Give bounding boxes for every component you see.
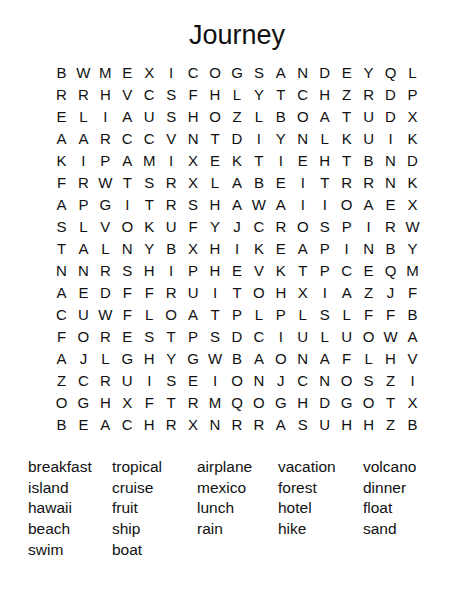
grid-cell[interactable]: U: [138, 105, 160, 127]
grid-cell[interactable]: W: [380, 326, 402, 348]
grid-cell[interactable]: F: [51, 326, 73, 348]
grid-cell[interactable]: A: [358, 193, 380, 215]
word-list-item: sand: [363, 519, 474, 540]
grid-cell[interactable]: U: [358, 105, 380, 127]
grid-cell[interactable]: K: [51, 149, 73, 171]
grid-cell[interactable]: T: [204, 127, 226, 149]
grid-cell[interactable]: X: [116, 392, 138, 414]
grid-cell[interactable]: U: [314, 414, 336, 436]
grid-cell[interactable]: J: [380, 281, 402, 303]
grid-cell[interactable]: S: [138, 326, 160, 348]
grid-cell[interactable]: J: [226, 215, 248, 237]
grid-cell[interactable]: K: [270, 259, 292, 281]
grid-cell[interactable]: M: [204, 392, 226, 414]
grid-cell[interactable]: P: [182, 259, 204, 281]
grid-cell[interactable]: W: [94, 304, 116, 326]
grid-cell[interactable]: J: [270, 370, 292, 392]
grid-cell[interactable]: C: [138, 83, 160, 105]
grid-cell[interactable]: T: [160, 326, 182, 348]
grid-cell[interactable]: H: [204, 193, 226, 215]
grid-cell[interactable]: L: [94, 348, 116, 370]
word-list-item: hike: [278, 519, 363, 540]
grid-cell[interactable]: O: [336, 193, 358, 215]
word-list-item: fruit: [112, 498, 197, 519]
grid-cell[interactable]: Y: [204, 215, 226, 237]
grid-cell[interactable]: K: [248, 237, 270, 259]
grid-cell[interactable]: O: [248, 281, 270, 303]
grid-cell[interactable]: A: [51, 281, 73, 303]
grid-cell[interactable]: G: [72, 392, 94, 414]
grid-cell[interactable]: R: [336, 171, 358, 193]
grid-cell[interactable]: A: [226, 193, 248, 215]
grid-cell[interactable]: O: [336, 370, 358, 392]
grid-cell[interactable]: P: [182, 326, 204, 348]
grid-cell[interactable]: I: [248, 127, 270, 149]
grid-cell[interactable]: L: [358, 348, 380, 370]
grid-cell[interactable]: H: [336, 414, 358, 436]
grid-cell[interactable]: A: [51, 348, 73, 370]
grid-cell[interactable]: C: [116, 414, 138, 436]
grid-cell[interactable]: T: [336, 149, 358, 171]
grid-cell[interactable]: C: [292, 370, 314, 392]
grid-cell[interactable]: T: [336, 105, 358, 127]
grid-cell[interactable]: I: [358, 215, 380, 237]
grid-cell[interactable]: H: [314, 149, 336, 171]
grid-cell[interactable]: R: [94, 326, 116, 348]
grid-cell[interactable]: U: [160, 215, 182, 237]
grid-cell[interactable]: S: [248, 61, 270, 83]
grid-cell[interactable]: W: [94, 171, 116, 193]
grid-cell[interactable]: A: [270, 193, 292, 215]
grid-cell[interactable]: T: [380, 392, 402, 414]
grid-cell[interactable]: F: [182, 215, 204, 237]
grid-cell[interactable]: J: [72, 348, 94, 370]
grid-cell[interactable]: H: [204, 83, 226, 105]
grid-cell[interactable]: G: [116, 348, 138, 370]
grid-cell[interactable]: M: [138, 149, 160, 171]
grid-cell[interactable]: T: [160, 392, 182, 414]
grid-cell[interactable]: E: [182, 370, 204, 392]
grid-cell[interactable]: Y: [358, 61, 380, 83]
grid-cell[interactable]: T: [138, 193, 160, 215]
grid-cell[interactable]: R: [94, 259, 116, 281]
grid-cell[interactable]: I: [314, 193, 336, 215]
grid-cell[interactable]: X: [292, 281, 314, 303]
grid-cell[interactable]: Z: [380, 414, 402, 436]
grid-cell[interactable]: N: [292, 348, 314, 370]
grid-cell[interactable]: A: [402, 326, 424, 348]
grid-cell[interactable]: N: [182, 127, 204, 149]
grid-cell[interactable]: U: [292, 326, 314, 348]
grid-cell[interactable]: Z: [380, 370, 402, 392]
grid-cell[interactable]: C: [116, 127, 138, 149]
grid-cell[interactable]: L: [402, 61, 424, 83]
grid-cell[interactable]: C: [182, 61, 204, 83]
grid-cell[interactable]: I: [380, 127, 402, 149]
grid-cell[interactable]: L: [314, 326, 336, 348]
grid-cell[interactable]: O: [51, 392, 73, 414]
grid-cell[interactable]: B: [270, 105, 292, 127]
grid-cell[interactable]: I: [314, 281, 336, 303]
grid-cell[interactable]: R: [160, 193, 182, 215]
grid-cell[interactable]: E: [51, 105, 73, 127]
grid-cell[interactable]: L: [138, 304, 160, 326]
grid-cell[interactable]: T: [51, 237, 73, 259]
grid-cell[interactable]: O: [72, 326, 94, 348]
grid-cell[interactable]: X: [182, 414, 204, 436]
grid-cell[interactable]: U: [182, 281, 204, 303]
grid-cell[interactable]: N: [51, 259, 73, 281]
grid-cell[interactable]: R: [358, 83, 380, 105]
grid-cell[interactable]: Z: [51, 370, 73, 392]
grid-cell[interactable]: O: [292, 215, 314, 237]
grid-cell[interactable]: K: [402, 171, 424, 193]
grid-cell[interactable]: S: [160, 370, 182, 392]
grid-cell[interactable]: I: [292, 193, 314, 215]
grid-cell[interactable]: H: [94, 83, 116, 105]
grid-cell[interactable]: E: [270, 237, 292, 259]
grid-cell[interactable]: A: [51, 193, 73, 215]
grid-cell[interactable]: O: [358, 326, 380, 348]
grid-cell[interactable]: A: [116, 105, 138, 127]
grid-cell[interactable]: Q: [380, 259, 402, 281]
grid-cell[interactable]: H: [182, 105, 204, 127]
grid-cell[interactable]: P: [314, 237, 336, 259]
grid-cell[interactable]: A: [314, 105, 336, 127]
grid-cell[interactable]: R: [270, 215, 292, 237]
grid-cell[interactable]: E: [336, 61, 358, 83]
grid-cell[interactable]: T: [204, 304, 226, 326]
grid-cell[interactable]: I: [292, 171, 314, 193]
grid-cell[interactable]: I: [336, 237, 358, 259]
grid-cell[interactable]: C: [248, 215, 270, 237]
grid-cell[interactable]: Z: [358, 281, 380, 303]
grid-cell[interactable]: N: [380, 171, 402, 193]
grid-cell[interactable]: N: [72, 259, 94, 281]
grid-cell[interactable]: P: [270, 304, 292, 326]
grid-cell[interactable]: B: [402, 414, 424, 436]
grid-cell[interactable]: O: [248, 392, 270, 414]
grid-cell[interactable]: K: [402, 127, 424, 149]
grid-cell[interactable]: S: [51, 215, 73, 237]
grid-cell[interactable]: V: [248, 259, 270, 281]
grid-cell[interactable]: O: [226, 370, 248, 392]
grid-cell[interactable]: G: [336, 392, 358, 414]
grid-cell[interactable]: H: [94, 392, 116, 414]
grid-cell[interactable]: E: [358, 259, 380, 281]
grid-cell[interactable]: X: [138, 61, 160, 83]
grid-cell[interactable]: L: [204, 171, 226, 193]
grid-cell[interactable]: B: [358, 149, 380, 171]
grid-cell[interactable]: W: [248, 193, 270, 215]
grid-cell[interactable]: L: [72, 215, 94, 237]
grid-cell[interactable]: O: [160, 304, 182, 326]
grid-cell[interactable]: A: [248, 348, 270, 370]
grid-cell[interactable]: Y: [270, 127, 292, 149]
grid-cell[interactable]: X: [182, 237, 204, 259]
grid-cell[interactable]: F: [116, 281, 138, 303]
grid-cell[interactable]: D: [314, 392, 336, 414]
grid-cell[interactable]: H: [270, 281, 292, 303]
grid-cell[interactable]: A: [270, 61, 292, 83]
grid-cell[interactable]: N: [380, 149, 402, 171]
grid-cell[interactable]: B: [51, 414, 73, 436]
grid-cell[interactable]: E: [116, 326, 138, 348]
grid-cell[interactable]: I: [226, 237, 248, 259]
grid-cell[interactable]: I: [160, 259, 182, 281]
grid-cell[interactable]: U: [72, 304, 94, 326]
grid-cell[interactable]: P: [72, 193, 94, 215]
grid-cell[interactable]: S: [160, 105, 182, 127]
grid-cell[interactable]: E: [270, 171, 292, 193]
grid-cell[interactable]: I: [270, 149, 292, 171]
grid-cell[interactable]: I: [204, 370, 226, 392]
grid-cell[interactable]: H: [314, 83, 336, 105]
grid-cell[interactable]: P: [336, 215, 358, 237]
grid-cell[interactable]: H: [138, 259, 160, 281]
grid-cell[interactable]: N: [292, 61, 314, 83]
grid-cell[interactable]: K: [336, 127, 358, 149]
grid-cell[interactable]: O: [358, 392, 380, 414]
grid-cell[interactable]: H: [138, 414, 160, 436]
grid-cell[interactable]: N: [116, 237, 138, 259]
grid-cell[interactable]: C: [248, 326, 270, 348]
grid-cell[interactable]: L: [248, 105, 270, 127]
grid-cell[interactable]: E: [226, 259, 248, 281]
grid-cell[interactable]: X: [402, 392, 424, 414]
grid-cell[interactable]: X: [182, 171, 204, 193]
grid-cell[interactable]: G: [270, 392, 292, 414]
grid-cell[interactable]: O: [204, 61, 226, 83]
grid-cell[interactable]: B: [51, 61, 73, 83]
word-column: tropicalcruisefruitshipboat: [112, 457, 197, 561]
grid-cell[interactable]: P: [94, 149, 116, 171]
grid-cell[interactable]: A: [336, 281, 358, 303]
grid-cell[interactable]: S: [358, 370, 380, 392]
grid-cell[interactable]: F: [380, 304, 402, 326]
grid-cell[interactable]: S: [314, 304, 336, 326]
word-list-item: float: [363, 498, 474, 519]
grid-cell[interactable]: A: [116, 149, 138, 171]
grid-cell[interactable]: M: [402, 259, 424, 281]
grid-cell[interactable]: R: [160, 281, 182, 303]
grid-cell[interactable]: B: [380, 237, 402, 259]
grid-cell[interactable]: S: [204, 326, 226, 348]
grid-cell[interactable]: L: [292, 304, 314, 326]
grid-cell[interactable]: H: [138, 348, 160, 370]
grid-cell[interactable]: V: [116, 83, 138, 105]
grid-cell[interactable]: W: [72, 61, 94, 83]
grid-cell[interactable]: L: [248, 304, 270, 326]
grid-cell[interactable]: U: [336, 326, 358, 348]
grid-cell[interactable]: C: [138, 127, 160, 149]
grid-cell[interactable]: A: [51, 127, 73, 149]
grid-cell[interactable]: B: [248, 171, 270, 193]
grid-cell[interactable]: E: [292, 149, 314, 171]
grid-cell[interactable]: I: [138, 370, 160, 392]
word-list-item: ship: [112, 519, 197, 540]
word-list-item: island: [28, 478, 112, 499]
grid-cell[interactable]: Q: [380, 61, 402, 83]
grid-cell[interactable]: N: [292, 127, 314, 149]
grid-cell[interactable]: U: [116, 370, 138, 392]
grid-cell[interactable]: F: [51, 171, 73, 193]
grid-cell[interactable]: E: [72, 281, 94, 303]
grid-cell[interactable]: X: [402, 193, 424, 215]
grid-cell[interactable]: G: [182, 348, 204, 370]
grid-cell[interactable]: D: [380, 83, 402, 105]
grid-cell[interactable]: R: [51, 83, 73, 105]
grid-cell[interactable]: A: [72, 237, 94, 259]
grid-cell[interactable]: A: [182, 304, 204, 326]
grid-cell[interactable]: Q: [226, 392, 248, 414]
grid-cell[interactable]: H: [204, 237, 226, 259]
grid-cell[interactable]: G: [94, 193, 116, 215]
grid-cell[interactable]: A: [314, 348, 336, 370]
grid-cell[interactable]: B: [226, 348, 248, 370]
grid-cell[interactable]: L: [94, 237, 116, 259]
grid-cell[interactable]: E: [204, 149, 226, 171]
grid-cell[interactable]: T: [292, 259, 314, 281]
grid-cell[interactable]: I: [402, 370, 424, 392]
grid-cell[interactable]: Y: [402, 237, 424, 259]
grid-cell[interactable]: D: [402, 149, 424, 171]
word-column: vacationforesthotelhike: [278, 457, 363, 561]
grid-cell[interactable]: X: [402, 105, 424, 127]
grid-cell[interactable]: F: [336, 348, 358, 370]
grid-cell[interactable]: O: [204, 105, 226, 127]
grid-cell[interactable]: I: [94, 105, 116, 127]
grid-cell[interactable]: E: [380, 193, 402, 215]
grid-cell[interactable]: Y: [160, 348, 182, 370]
grid-cell[interactable]: E: [116, 61, 138, 83]
grid-cell[interactable]: K: [138, 215, 160, 237]
grid-cell[interactable]: R: [94, 370, 116, 392]
grid-cell[interactable]: R: [160, 414, 182, 436]
word-list-item: rain: [197, 519, 278, 540]
grid-cell[interactable]: S: [182, 193, 204, 215]
grid-cell[interactable]: M: [94, 61, 116, 83]
grid-cell[interactable]: L: [314, 127, 336, 149]
grid-cell[interactable]: T: [116, 171, 138, 193]
grid-cell[interactable]: A: [94, 414, 116, 436]
grid-cell[interactable]: H: [204, 259, 226, 281]
grid-cell[interactable]: T: [248, 149, 270, 171]
grid-cell[interactable]: D: [226, 127, 248, 149]
grid-cell[interactable]: Z: [226, 105, 248, 127]
grid-cell[interactable]: B: [402, 304, 424, 326]
grid-cell[interactable]: Y: [248, 83, 270, 105]
grid-cell[interactable]: P: [314, 259, 336, 281]
grid-cell[interactable]: T: [314, 171, 336, 193]
grid-cell[interactable]: H: [292, 392, 314, 414]
grid-cell[interactable]: N: [358, 237, 380, 259]
grid-cell[interactable]: I: [160, 149, 182, 171]
grid-cell[interactable]: R: [72, 83, 94, 105]
grid-cell[interactable]: V: [94, 215, 116, 237]
grid-cell[interactable]: A: [270, 414, 292, 436]
grid-cell[interactable]: S: [138, 171, 160, 193]
grid-cell[interactable]: R: [380, 215, 402, 237]
grid-cell[interactable]: W: [204, 348, 226, 370]
grid-cell[interactable]: I: [116, 193, 138, 215]
grid-cell[interactable]: D: [380, 105, 402, 127]
grid-cell[interactable]: U: [358, 127, 380, 149]
grid-cell[interactable]: F: [138, 281, 160, 303]
grid-cell[interactable]: S: [160, 83, 182, 105]
grid-cell[interactable]: F: [116, 304, 138, 326]
grid-cell[interactable]: R: [358, 171, 380, 193]
grid-cell[interactable]: H: [380, 348, 402, 370]
grid-cell[interactable]: S: [116, 259, 138, 281]
grid-cell[interactable]: I: [204, 281, 226, 303]
grid-cell[interactable]: R: [226, 414, 248, 436]
grid-cell[interactable]: T: [226, 281, 248, 303]
grid-cell[interactable]: A: [226, 171, 248, 193]
grid-cell[interactable]: E: [72, 414, 94, 436]
grid-cell[interactable]: F: [138, 392, 160, 414]
grid-cell[interactable]: G: [226, 61, 248, 83]
grid-cell[interactable]: P: [402, 83, 424, 105]
grid-cell[interactable]: C: [336, 259, 358, 281]
grid-cell[interactable]: D: [314, 61, 336, 83]
grid-cell[interactable]: S: [314, 215, 336, 237]
grid-cell[interactable]: L: [72, 105, 94, 127]
grid-cell[interactable]: V: [160, 127, 182, 149]
grid-cell[interactable]: S: [292, 414, 314, 436]
grid-cell[interactable]: Y: [138, 237, 160, 259]
grid-cell[interactable]: R: [94, 127, 116, 149]
grid-cell[interactable]: B: [160, 237, 182, 259]
word-list-item: beach: [28, 519, 112, 540]
grid-cell[interactable]: T: [270, 83, 292, 105]
puzzle-title: Journey: [0, 0, 474, 51]
grid-cell[interactable]: R: [182, 392, 204, 414]
grid-cell[interactable]: L: [226, 83, 248, 105]
grid-cell[interactable]: A: [292, 237, 314, 259]
grid-cell[interactable]: N: [204, 414, 226, 436]
grid-cell[interactable]: R: [72, 171, 94, 193]
grid-cell[interactable]: L: [336, 304, 358, 326]
grid-cell[interactable]: I: [270, 326, 292, 348]
grid-cell[interactable]: O: [292, 105, 314, 127]
grid-cell[interactable]: P: [226, 304, 248, 326]
grid-cell[interactable]: D: [94, 281, 116, 303]
grid-cell[interactable]: I: [72, 149, 94, 171]
grid-cell[interactable]: V: [402, 348, 424, 370]
grid-cell[interactable]: O: [270, 348, 292, 370]
grid-cell[interactable]: H: [358, 414, 380, 436]
grid-cell[interactable]: Z: [336, 83, 358, 105]
grid-cell[interactable]: O: [116, 215, 138, 237]
grid-cell[interactable]: F: [182, 83, 204, 105]
grid-cell[interactable]: C: [72, 370, 94, 392]
grid-cell[interactable]: C: [292, 83, 314, 105]
grid-cell[interactable]: F: [402, 281, 424, 303]
grid-cell[interactable]: R: [248, 414, 270, 436]
grid-cell[interactable]: I: [160, 61, 182, 83]
grid-cell[interactable]: R: [160, 171, 182, 193]
grid-cell[interactable]: W: [402, 215, 424, 237]
grid-cell[interactable]: N: [248, 370, 270, 392]
grid-cell[interactable]: C: [51, 304, 73, 326]
grid-cell[interactable]: K: [226, 149, 248, 171]
grid-cell[interactable]: F: [358, 304, 380, 326]
grid-cell[interactable]: N: [314, 370, 336, 392]
grid-cell[interactable]: D: [226, 326, 248, 348]
grid-cell[interactable]: A: [72, 127, 94, 149]
grid-cell[interactable]: X: [182, 149, 204, 171]
